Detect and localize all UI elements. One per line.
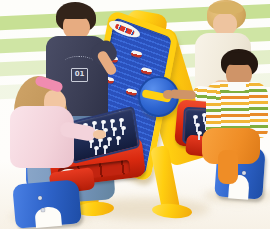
left-board-peg xyxy=(90,142,92,148)
right-board-peg xyxy=(214,123,216,129)
right-board-peg xyxy=(198,134,200,140)
foreground-stool xyxy=(12,179,82,229)
stool-rivet xyxy=(239,158,243,162)
stool-arch xyxy=(34,206,62,228)
left-board-peg xyxy=(99,141,101,147)
left-board-peg xyxy=(95,132,97,138)
right-stool-red-base xyxy=(185,134,217,157)
left-board-peg xyxy=(113,130,115,136)
right-stool xyxy=(214,144,266,199)
right-board-peg xyxy=(207,132,209,138)
left-board-peg xyxy=(117,139,119,145)
left-board-peg xyxy=(104,148,106,154)
stool-rivet xyxy=(242,171,246,175)
left-board-peg xyxy=(86,134,88,140)
scene: 01 xyxy=(0,0,270,229)
stool-arch xyxy=(228,174,250,199)
left-board-peg xyxy=(108,140,110,146)
left-board-peg xyxy=(104,131,106,137)
stool-rivet xyxy=(38,196,42,200)
stool-rivet xyxy=(41,208,45,212)
ball-knob xyxy=(138,76,179,117)
left-board-peg xyxy=(122,129,124,135)
left-board-peg xyxy=(95,149,97,155)
ball-knob-stripe xyxy=(141,89,171,103)
